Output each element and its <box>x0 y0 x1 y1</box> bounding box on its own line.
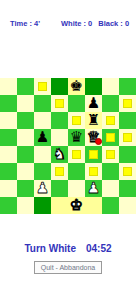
square-e5[interactable]: ♛ <box>68 129 85 146</box>
square-b5[interactable] <box>17 129 34 146</box>
black-score-label: Black : 0 <box>98 19 129 28</box>
square-c4[interactable] <box>34 146 51 163</box>
square-e1[interactable]: ♚ <box>68 197 85 214</box>
square-f4[interactable] <box>85 146 102 163</box>
square-d6[interactable] <box>51 112 68 129</box>
square-c6[interactable] <box>34 112 51 129</box>
piece-white-king: ♚ <box>68 197 85 214</box>
piece-black-queen: ♛ <box>68 129 85 146</box>
square-d8[interactable] <box>51 78 68 95</box>
move-marker <box>72 116 81 125</box>
square-b1[interactable] <box>17 197 34 214</box>
white-score-label: White : 0 <box>61 19 92 28</box>
square-d5[interactable] <box>51 129 68 146</box>
square-a7[interactable] <box>0 95 17 112</box>
square-d1[interactable] <box>51 197 68 214</box>
turn-text: Turn White <box>24 243 75 254</box>
score-header: Time : 4' White : 0 Black : 0 <box>0 19 136 28</box>
cursor-dot <box>95 138 102 145</box>
move-marker <box>123 167 132 176</box>
square-f6[interactable]: ♜ <box>85 112 102 129</box>
square-c3[interactable] <box>34 163 51 180</box>
square-b2[interactable] <box>17 180 34 197</box>
square-f1[interactable] <box>85 197 102 214</box>
square-c5[interactable]: ♟ <box>34 129 51 146</box>
square-b3[interactable] <box>17 163 34 180</box>
square-a5[interactable] <box>0 129 17 146</box>
square-f5[interactable]: ♛ <box>85 129 102 146</box>
square-b8[interactable] <box>17 78 34 95</box>
square-h3[interactable] <box>119 163 136 180</box>
move-marker <box>123 99 132 108</box>
square-d3[interactable] <box>51 163 68 180</box>
square-b7[interactable] <box>17 95 34 112</box>
square-e6[interactable] <box>68 112 85 129</box>
square-f3[interactable] <box>85 163 102 180</box>
square-h4[interactable] <box>119 146 136 163</box>
time-label: Time : 4' <box>10 19 40 28</box>
square-e3[interactable] <box>68 163 85 180</box>
square-g2[interactable] <box>102 180 119 197</box>
piece-black-pawn: ♟ <box>34 129 51 146</box>
square-h2[interactable] <box>119 180 136 197</box>
piece-black-rook: ♜ <box>85 112 102 129</box>
square-f7[interactable]: ♟ <box>85 95 102 112</box>
quit-button[interactable]: Quit - Abbandona <box>34 261 102 274</box>
square-e4[interactable] <box>68 146 85 163</box>
move-marker <box>106 133 115 142</box>
square-a8[interactable] <box>0 78 17 95</box>
chess-app-window: Time : 4' White : 0 Black : 0 ♚♟♜♟♛♛♞♟♟♚… <box>0 0 136 302</box>
square-c2[interactable]: ♟ <box>34 180 51 197</box>
square-h5[interactable] <box>119 129 136 146</box>
piece-white-pawn: ♟ <box>85 180 102 197</box>
move-marker <box>89 150 98 159</box>
square-a1[interactable] <box>0 197 17 214</box>
square-e7[interactable] <box>68 95 85 112</box>
square-c7[interactable] <box>34 95 51 112</box>
move-marker <box>72 150 81 159</box>
square-h6[interactable] <box>119 112 136 129</box>
move-marker <box>106 116 115 125</box>
square-a6[interactable] <box>0 112 17 129</box>
turn-status: Turn White 04:52 <box>0 243 136 254</box>
move-marker <box>38 82 47 91</box>
piece-black-king: ♚ <box>68 78 85 95</box>
clock-text: 04:52 <box>86 243 112 254</box>
square-g5[interactable] <box>102 129 119 146</box>
move-marker <box>106 150 115 159</box>
square-g7[interactable] <box>102 95 119 112</box>
square-h1[interactable] <box>119 197 136 214</box>
piece-black-pawn: ♟ <box>85 95 102 112</box>
move-marker <box>89 167 98 176</box>
square-f2[interactable]: ♟ <box>85 180 102 197</box>
square-e8[interactable]: ♚ <box>68 78 85 95</box>
square-g6[interactable] <box>102 112 119 129</box>
move-marker <box>123 133 132 142</box>
chess-board[interactable]: ♚♟♜♟♛♛♞♟♟♚ <box>0 78 136 214</box>
piece-white-knight: ♞ <box>51 146 68 163</box>
piece-white-pawn: ♟ <box>34 180 51 197</box>
square-h8[interactable] <box>119 78 136 95</box>
square-e2[interactable] <box>68 180 85 197</box>
square-d2[interactable] <box>51 180 68 197</box>
move-marker <box>55 99 64 108</box>
square-g1[interactable] <box>102 197 119 214</box>
square-a2[interactable] <box>0 180 17 197</box>
move-marker <box>55 167 64 176</box>
square-c8[interactable] <box>34 78 51 95</box>
square-g3[interactable] <box>102 163 119 180</box>
square-g4[interactable] <box>102 146 119 163</box>
square-a3[interactable] <box>0 163 17 180</box>
square-b4[interactable] <box>17 146 34 163</box>
square-d7[interactable] <box>51 95 68 112</box>
square-h7[interactable] <box>119 95 136 112</box>
square-f8[interactable] <box>85 78 102 95</box>
square-g8[interactable] <box>102 78 119 95</box>
square-a4[interactable] <box>0 146 17 163</box>
square-b6[interactable] <box>17 112 34 129</box>
square-c1[interactable] <box>34 197 51 214</box>
square-d4[interactable]: ♞ <box>51 146 68 163</box>
